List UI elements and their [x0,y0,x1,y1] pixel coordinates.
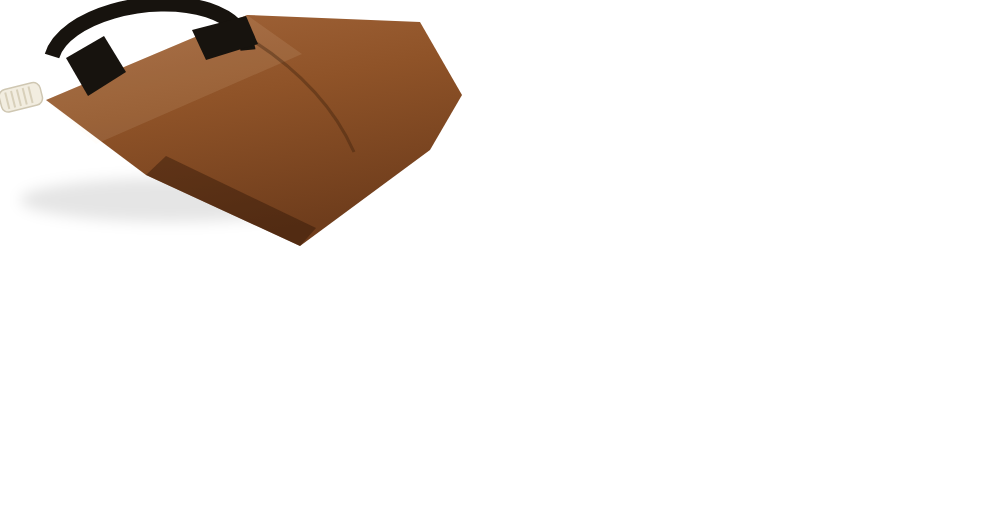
scene-canvas [0,0,1000,507]
carrying-bag [0,4,462,246]
bag-zipper-tag [0,81,44,113]
chess-set-product-photo [0,0,1000,507]
